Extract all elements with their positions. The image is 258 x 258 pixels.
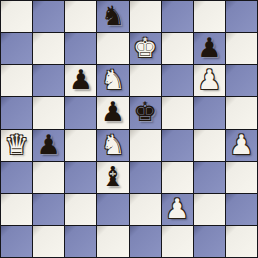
square-c2[interactable] — [65, 194, 96, 225]
black-pawn-icon[interactable]: ♟ — [37, 131, 61, 158]
square-b2[interactable] — [33, 194, 64, 225]
square-d8[interactable]: ♞ — [97, 1, 128, 32]
square-d3[interactable]: ♝ — [97, 162, 128, 193]
square-g4[interactable] — [194, 130, 225, 161]
chess-board: ♞♚♟♟♞♟♟♚♛♟♞♟♝♟ — [0, 0, 258, 258]
white-king-icon[interactable]: ♚ — [133, 34, 157, 61]
square-a2[interactable] — [1, 194, 32, 225]
square-g7[interactable]: ♟ — [194, 33, 225, 64]
square-h4[interactable]: ♟ — [226, 130, 257, 161]
square-d7[interactable] — [97, 33, 128, 64]
square-h6[interactable] — [226, 65, 257, 96]
square-a3[interactable] — [1, 162, 32, 193]
white-pawn-icon[interactable]: ♟ — [165, 195, 189, 222]
white-pawn-icon[interactable]: ♟ — [197, 66, 221, 93]
square-f5[interactable] — [162, 97, 193, 128]
square-h7[interactable] — [226, 33, 257, 64]
white-queen-icon[interactable]: ♛ — [4, 131, 28, 158]
black-pawn-icon[interactable]: ♟ — [69, 66, 93, 93]
white-knight-icon[interactable]: ♞ — [101, 131, 125, 158]
black-king-icon[interactable]: ♚ — [133, 98, 157, 125]
square-f3[interactable] — [162, 162, 193, 193]
white-knight-icon[interactable]: ♞ — [101, 66, 125, 93]
square-b4[interactable]: ♟ — [33, 130, 64, 161]
square-e2[interactable] — [130, 194, 161, 225]
square-e8[interactable] — [130, 1, 161, 32]
square-b6[interactable] — [33, 65, 64, 96]
square-a5[interactable] — [1, 97, 32, 128]
square-g1[interactable] — [194, 226, 225, 257]
square-a8[interactable] — [1, 1, 32, 32]
square-f4[interactable] — [162, 130, 193, 161]
square-e5[interactable]: ♚ — [130, 97, 161, 128]
square-g3[interactable] — [194, 162, 225, 193]
square-h2[interactable] — [226, 194, 257, 225]
square-f7[interactable] — [162, 33, 193, 64]
square-d4[interactable]: ♞ — [97, 130, 128, 161]
black-pawn-icon[interactable]: ♟ — [197, 34, 221, 61]
black-pawn-icon[interactable]: ♟ — [101, 98, 125, 125]
square-h5[interactable] — [226, 97, 257, 128]
square-h8[interactable] — [226, 1, 257, 32]
square-b5[interactable] — [33, 97, 64, 128]
square-a6[interactable] — [1, 65, 32, 96]
black-bishop-icon[interactable]: ♝ — [101, 163, 125, 190]
square-f6[interactable] — [162, 65, 193, 96]
square-a7[interactable] — [1, 33, 32, 64]
square-g6[interactable]: ♟ — [194, 65, 225, 96]
square-d1[interactable] — [97, 226, 128, 257]
square-b7[interactable] — [33, 33, 64, 64]
square-f2[interactable]: ♟ — [162, 194, 193, 225]
square-f1[interactable] — [162, 226, 193, 257]
square-b1[interactable] — [33, 226, 64, 257]
square-d2[interactable] — [97, 194, 128, 225]
square-e3[interactable] — [130, 162, 161, 193]
square-a1[interactable] — [1, 226, 32, 257]
square-h1[interactable] — [226, 226, 257, 257]
square-b8[interactable] — [33, 1, 64, 32]
square-c5[interactable] — [65, 97, 96, 128]
square-e6[interactable] — [130, 65, 161, 96]
square-c1[interactable] — [65, 226, 96, 257]
square-c7[interactable] — [65, 33, 96, 64]
square-b3[interactable] — [33, 162, 64, 193]
square-d6[interactable]: ♞ — [97, 65, 128, 96]
square-g8[interactable] — [194, 1, 225, 32]
square-c3[interactable] — [65, 162, 96, 193]
square-g2[interactable] — [194, 194, 225, 225]
square-e1[interactable] — [130, 226, 161, 257]
square-c6[interactable]: ♟ — [65, 65, 96, 96]
square-c8[interactable] — [65, 1, 96, 32]
white-pawn-icon[interactable]: ♟ — [229, 131, 253, 158]
square-a4[interactable]: ♛ — [1, 130, 32, 161]
square-h3[interactable] — [226, 162, 257, 193]
square-e7[interactable]: ♚ — [130, 33, 161, 64]
black-knight-icon[interactable]: ♞ — [101, 2, 125, 29]
square-e4[interactable] — [130, 130, 161, 161]
square-d5[interactable]: ♟ — [97, 97, 128, 128]
square-f8[interactable] — [162, 1, 193, 32]
square-g5[interactable] — [194, 97, 225, 128]
square-c4[interactable] — [65, 130, 96, 161]
